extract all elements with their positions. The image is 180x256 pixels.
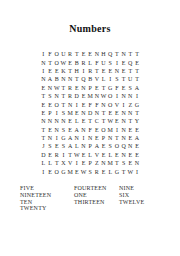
grid-cell: W <box>73 151 80 159</box>
grid-cell: V <box>94 151 101 159</box>
grid-cell: N <box>100 100 107 108</box>
grid-cell: R <box>87 67 94 75</box>
grid-cell: E <box>127 126 134 134</box>
grid-cell: N <box>40 58 47 66</box>
grid-cell: E <box>107 109 114 117</box>
grid-cell: U <box>127 75 134 83</box>
grid-cell: T <box>134 75 141 83</box>
grid-cell: E <box>80 151 87 159</box>
grid-cell: E <box>120 58 127 66</box>
grid-cell: P <box>87 84 94 92</box>
grid-cell: V <box>114 100 121 108</box>
grid-cell: N <box>134 159 141 167</box>
grid-cell: T <box>73 75 80 83</box>
grid-cell: E <box>47 167 54 175</box>
grid-cell: K <box>60 67 67 75</box>
grid-cell: R <box>53 151 60 159</box>
grid-cell: E <box>100 142 107 150</box>
grid-cell: E <box>73 167 80 175</box>
grid-cell: N <box>67 75 74 83</box>
grid-cell: S <box>120 159 127 167</box>
grid-cell: T <box>134 67 141 75</box>
grid-cell: S <box>107 142 114 150</box>
grid-cell: N <box>100 159 107 167</box>
grid-cell: L <box>40 159 47 167</box>
grid-cell: T <box>94 67 101 75</box>
grid-cell: E <box>107 67 114 75</box>
grid-cell: W <box>53 84 60 92</box>
grid-cell: T <box>114 50 121 58</box>
grid-cell: N <box>40 117 47 125</box>
grid-cell: N <box>114 67 121 75</box>
grid-cell: T <box>127 67 134 75</box>
grid-cell: E <box>120 67 127 75</box>
puzzle-title: Numbers <box>0 23 180 34</box>
grid-cell: N <box>120 134 127 142</box>
grid-cell: N <box>94 50 101 58</box>
grid-cell: E <box>114 109 121 117</box>
grid-cell: A <box>94 142 101 150</box>
grid-cell: N <box>67 100 74 108</box>
grid-cell: E <box>80 159 87 167</box>
grid-cell: T <box>67 151 74 159</box>
grid-cell: E <box>134 142 141 150</box>
grid-cell: E <box>53 142 60 150</box>
grid-cell: E <box>134 126 141 134</box>
grid-cell: E <box>73 109 80 117</box>
grid-cell: W <box>100 92 107 100</box>
grid-cell: O <box>107 100 114 108</box>
word-list-item: SIX <box>119 192 144 199</box>
grid-cell: I <box>120 100 127 108</box>
grid-cell: M <box>67 167 74 175</box>
grid-cell: L <box>73 142 80 150</box>
grid-cell: E <box>53 67 60 75</box>
grid-cell: G <box>114 167 121 175</box>
grid-cell: T <box>60 92 67 100</box>
grid-cell: E <box>127 134 134 142</box>
grid-cell: E <box>120 84 127 92</box>
grid-cell: A <box>67 134 74 142</box>
grid-cell: T <box>114 159 121 167</box>
word-list-item: FOURTEEN <box>74 185 107 192</box>
grid-cell: O <box>53 58 60 66</box>
word-list-column-1: FIVENINETEENTENTWENTY <box>20 185 51 212</box>
grid-cell: P <box>100 134 107 142</box>
grid-cell: Z <box>94 159 101 167</box>
grid-cell: E <box>47 67 54 75</box>
grid-cell: J <box>40 142 47 150</box>
grid-cell: T <box>73 50 80 58</box>
grid-cell: P <box>87 159 94 167</box>
grid-cell: E <box>127 159 134 167</box>
grid-cell: A <box>73 126 80 134</box>
grid-cell: N <box>60 75 67 83</box>
grid-cell: N <box>47 84 54 92</box>
grid-cell: T <box>100 84 107 92</box>
grid-cell: A <box>67 142 74 150</box>
grid-cell: E <box>73 84 80 92</box>
grid-cell: N <box>120 151 127 159</box>
grid-cell: S <box>47 142 54 150</box>
grid-cell: T <box>120 75 127 83</box>
grid-cell: A <box>134 84 141 92</box>
grid-cell: N <box>80 109 87 117</box>
grid-cell: I <box>134 167 141 175</box>
word-list-item: TWELVE <box>119 199 144 206</box>
grid-cell: D <box>73 92 80 100</box>
grid-cell: F <box>87 126 94 134</box>
grid-cell: E <box>134 151 141 159</box>
grid-cell: W <box>107 117 114 125</box>
grid-cell: W <box>60 58 67 66</box>
grid-cell: N <box>87 134 94 142</box>
grid-cell: C <box>94 117 101 125</box>
word-list-item: TEN <box>20 199 51 206</box>
grid-cell: I <box>80 134 87 142</box>
grid-cell: I <box>114 92 121 100</box>
grid-cell: E <box>47 100 54 108</box>
grid-cell: E <box>40 109 47 117</box>
grid-cell: V <box>94 75 101 83</box>
grid-cell: A <box>47 75 54 83</box>
grid-cell: Q <box>80 75 87 83</box>
grid-cell: U <box>60 50 67 58</box>
grid-cell: N <box>127 92 134 100</box>
grid-cell: N <box>60 117 67 125</box>
grid-cell: T <box>47 58 54 66</box>
grid-cell: S <box>47 92 54 100</box>
grid-cell: F <box>87 100 94 108</box>
grid-cell: N <box>120 50 127 58</box>
word-list-item: TWENTY <box>20 205 51 212</box>
grid-cell: E <box>80 117 87 125</box>
grid-cell: X <box>60 159 67 167</box>
grid-cell: R <box>67 50 74 58</box>
grid-cell: E <box>80 100 87 108</box>
grid-cell: E <box>80 92 87 100</box>
worksheet-page: Numbers IFOURTEENHQTNTTNTOWEBRLFUSIEQEIE… <box>0 0 180 256</box>
grid-cell: G <box>107 84 114 92</box>
grid-cell: T <box>127 50 134 58</box>
grid-cell: F <box>94 100 101 108</box>
grid-cell: N <box>120 109 127 117</box>
grid-cell: E <box>40 100 47 108</box>
word-list-item: NINETEEN <box>20 192 51 199</box>
grid-cell: B <box>87 75 94 83</box>
grid-cell: E <box>67 126 74 134</box>
grid-cell: E <box>114 117 121 125</box>
grid-cell: I <box>80 67 87 75</box>
word-list-column-2: FOURTEENONETHIRTEEN <box>74 185 107 205</box>
grid-cell: O <box>53 167 60 175</box>
grid-cell: D <box>87 109 94 117</box>
grid-cell: E <box>100 151 107 159</box>
grid-cell: E <box>67 58 74 66</box>
grid-cell: H <box>73 67 80 75</box>
grid-cell: O <box>53 100 60 108</box>
grid-cell: S <box>60 109 67 117</box>
grid-cell: G <box>60 134 67 142</box>
grid-cell: E <box>94 134 101 142</box>
grid-cell: T <box>67 67 74 75</box>
grid-cell: E <box>134 58 141 66</box>
grid-cell: L <box>47 159 54 167</box>
grid-cell: Q <box>120 142 127 150</box>
grid-cell: N <box>47 117 54 125</box>
grid-cell: N <box>127 109 134 117</box>
grid-cell: N <box>80 142 87 150</box>
grid-cell: S <box>127 84 134 92</box>
grid-cell: W <box>80 167 87 175</box>
grid-cell: E <box>47 151 54 159</box>
grid-cell: T <box>87 117 94 125</box>
grid-cell: V <box>67 159 74 167</box>
grid-cell: B <box>73 58 80 66</box>
grid-cell: T <box>134 109 141 117</box>
grid-cell: I <box>60 151 67 159</box>
grid-cell: T <box>40 92 47 100</box>
grid-cell: L <box>87 58 94 66</box>
grid-cell: O <box>53 50 60 58</box>
grid-cell: D <box>40 151 47 159</box>
grid-cell: R <box>80 58 87 66</box>
word-search-grid: IFOURTEENHQTNTTNTOWEBRLFUSIEQEIEEKTHIRTE… <box>40 50 140 176</box>
grid-cell: N <box>40 75 47 83</box>
grid-cell: I <box>73 100 80 108</box>
grid-cell: N <box>120 117 127 125</box>
grid-cell: N <box>53 126 60 134</box>
grid-cell: P <box>47 109 54 117</box>
grid-cell: E <box>67 117 74 125</box>
grid-cell: R <box>67 84 74 92</box>
grid-cell: M <box>87 92 94 100</box>
grid-cell: S <box>114 75 121 83</box>
word-list-column-3: NINESIXTWELVE <box>119 185 144 205</box>
grid-cell: I <box>73 159 80 167</box>
word-list-item: FIVE <box>20 185 51 192</box>
grid-cell: E <box>47 126 54 134</box>
grid-cell: I <box>40 50 47 58</box>
grid-cell: N <box>80 126 87 134</box>
grid-cell: T <box>114 134 121 142</box>
grid-cell: E <box>40 84 47 92</box>
grid-cell: T <box>40 126 47 134</box>
grid-cell: I <box>53 134 60 142</box>
word-list-item: THIRTEEN <box>74 199 107 206</box>
grid-cell: F <box>94 58 101 66</box>
grid-cell: L <box>100 75 107 83</box>
grid-cell: L <box>107 151 114 159</box>
word-list-item: ONE <box>74 192 107 199</box>
grid-cell: L <box>73 117 80 125</box>
grid-cell: E <box>94 126 101 134</box>
grid-cell: N <box>94 92 101 100</box>
grid-cell: Q <box>127 58 134 66</box>
grid-cell: N <box>53 92 60 100</box>
grid-cell: S <box>60 142 67 150</box>
grid-cell: Y <box>134 117 141 125</box>
grid-cell: I <box>107 75 114 83</box>
grid-cell: R <box>67 92 74 100</box>
grid-cell: N <box>120 126 127 134</box>
grid-cell: T <box>100 117 107 125</box>
grid-cell: I <box>40 167 47 175</box>
grid-cell: N <box>47 134 54 142</box>
grid-cell: T <box>53 159 60 167</box>
grid-cell: N <box>73 134 80 142</box>
grid-cell: G <box>134 100 141 108</box>
grid-cell: Z <box>127 100 134 108</box>
grid-cell: N <box>107 134 114 142</box>
grid-cell: S <box>87 167 94 175</box>
grid-cell: I <box>40 67 47 75</box>
grid-cell: H <box>100 50 107 58</box>
grid-cell: G <box>60 167 67 175</box>
grid-cell: E <box>114 151 121 159</box>
grid-cell: F <box>47 50 54 58</box>
grid-cell: E <box>127 151 134 159</box>
grid-cell: T <box>100 109 107 117</box>
grid-cell: L <box>87 151 94 159</box>
grid-cell: N <box>53 117 60 125</box>
grid-cell: S <box>60 126 67 134</box>
grid-cell: T <box>40 134 47 142</box>
grid-cell: I <box>53 109 60 117</box>
grid-cell: O <box>107 92 114 100</box>
grid-cell: Q <box>107 50 114 58</box>
grid-cell: U <box>100 58 107 66</box>
grid-cell: O <box>100 126 107 134</box>
grid-cell: M <box>107 126 114 134</box>
grid-cell: O <box>114 142 121 150</box>
grid-cell: F <box>114 84 121 92</box>
grid-cell: T <box>60 84 67 92</box>
grid-cell: R <box>94 167 101 175</box>
grid-cell: A <box>134 134 141 142</box>
grid-cell: T <box>60 100 67 108</box>
grid-cell: L <box>107 167 114 175</box>
grid-cell: I <box>134 92 141 100</box>
grid-cell: T <box>120 167 127 175</box>
grid-cell: N <box>94 109 101 117</box>
grid-cell: N <box>120 92 127 100</box>
grid-cell: B <box>53 75 60 83</box>
grid-cell: M <box>67 109 74 117</box>
grid-cell: I <box>114 126 121 134</box>
grid-cell: N <box>80 84 87 92</box>
grid-cell: E <box>87 50 94 58</box>
grid-cell: M <box>107 159 114 167</box>
grid-cell: S <box>107 58 114 66</box>
word-list-item: NINE <box>119 185 144 192</box>
grid-cell: I <box>114 58 121 66</box>
grid-cell: W <box>127 167 134 175</box>
grid-cell: E <box>94 84 101 92</box>
grid-cell: T <box>134 50 141 58</box>
grid-cell: P <box>87 142 94 150</box>
grid-cell: E <box>100 167 107 175</box>
grid-cell: T <box>127 117 134 125</box>
grid-cell: E <box>100 67 107 75</box>
grid-cell: E <box>80 50 87 58</box>
grid-cell: N <box>127 142 134 150</box>
